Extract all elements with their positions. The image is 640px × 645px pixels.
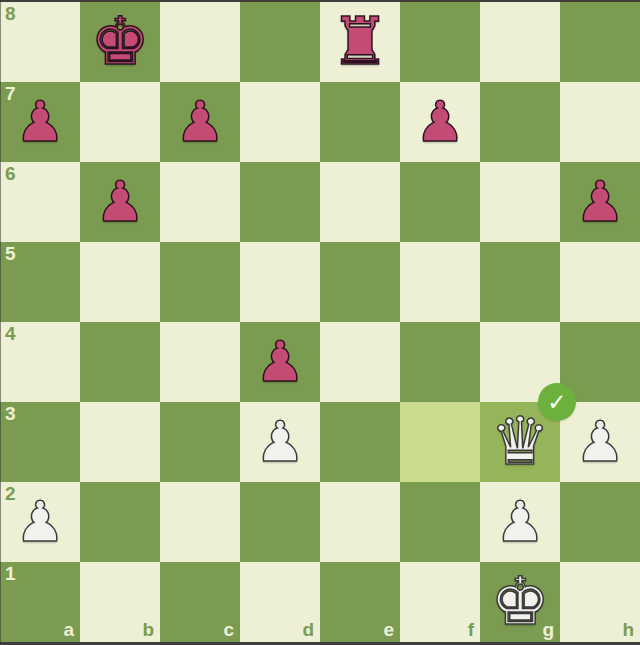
square-d5[interactable] [240,242,320,322]
square-b8[interactable]: ♚ [80,2,160,82]
file-label-e: e [383,620,394,639]
square-g1[interactable]: g♚ [480,562,560,642]
square-h6[interactable]: ♟ [560,162,640,242]
correct-move-badge: ✓ [538,383,576,421]
square-c1[interactable]: c [160,562,240,642]
square-d3[interactable]: ♟ [240,402,320,482]
square-e3[interactable] [320,402,400,482]
square-d4[interactable]: ♟ [240,322,320,402]
piece-black-pawn-f7[interactable]: ♟ [400,82,480,162]
rank-label-1: 1 [5,564,16,585]
square-c2[interactable] [160,482,240,562]
square-d7[interactable] [240,82,320,162]
piece-black-rook-e8[interactable]: ♜ [320,2,400,82]
square-b4[interactable] [80,322,160,402]
square-f1[interactable]: f [400,562,480,642]
square-h8[interactable] [560,2,640,82]
board-frame: 8♚♜7♟♟♟6♟♟54♟3♟♛✓♟2♟♟1abcdefg♚h [0,0,640,645]
square-e4[interactable] [320,322,400,402]
file-label-f: f [468,620,474,639]
square-a8[interactable]: 8 [0,2,80,82]
square-h5[interactable] [560,242,640,322]
square-a5[interactable]: 5 [0,242,80,322]
square-e5[interactable] [320,242,400,322]
square-a6[interactable]: 6 [0,162,80,242]
square-g2[interactable]: ♟ [480,482,560,562]
checkmark-icon: ✓ [547,391,566,414]
square-b2[interactable] [80,482,160,562]
square-a1[interactable]: 1a [0,562,80,642]
square-h7[interactable] [560,82,640,162]
square-e8[interactable]: ♜ [320,2,400,82]
file-label-h: h [622,620,634,639]
square-e2[interactable] [320,482,400,562]
piece-black-pawn-b6[interactable]: ♟ [80,162,160,242]
square-a2[interactable]: 2♟ [0,482,80,562]
square-b1[interactable]: b [80,562,160,642]
square-e1[interactable]: e [320,562,400,642]
square-f6[interactable] [400,162,480,242]
piece-black-pawn-a7[interactable]: ♟ [0,82,80,162]
square-b6[interactable]: ♟ [80,162,160,242]
rank-label-6: 6 [5,164,16,185]
board-left-edge [0,0,1,645]
square-f3[interactable] [400,402,480,482]
square-f4[interactable] [400,322,480,402]
square-c7[interactable]: ♟ [160,82,240,162]
square-c8[interactable] [160,2,240,82]
file-label-a: a [63,620,74,639]
rank-label-3: 3 [5,404,16,425]
piece-white-pawn-a2[interactable]: ♟ [0,482,80,562]
square-g8[interactable] [480,2,560,82]
square-d8[interactable] [240,2,320,82]
square-d2[interactable] [240,482,320,562]
square-g7[interactable] [480,82,560,162]
piece-black-pawn-h6[interactable]: ♟ [560,162,640,242]
chess-board: 8♚♜7♟♟♟6♟♟54♟3♟♛✓♟2♟♟1abcdefg♚h [0,2,640,642]
piece-black-pawn-c7[interactable]: ♟ [160,82,240,162]
square-c5[interactable] [160,242,240,322]
square-h3[interactable]: ♟ [560,402,640,482]
piece-white-king-g1[interactable]: ♚ [480,562,560,642]
square-g6[interactable] [480,162,560,242]
piece-white-pawn-g2[interactable]: ♟ [480,482,560,562]
piece-white-pawn-h3[interactable]: ♟ [560,402,640,482]
rank-label-5: 5 [5,244,16,265]
square-b3[interactable] [80,402,160,482]
file-label-c: c [223,620,234,639]
file-label-d: d [302,620,314,639]
piece-black-king-b8[interactable]: ♚ [80,2,160,82]
file-label-b: b [142,620,154,639]
square-g3[interactable]: ♛✓ [480,402,560,482]
square-d6[interactable] [240,162,320,242]
square-a7[interactable]: 7♟ [0,82,80,162]
square-h1[interactable]: h [560,562,640,642]
rank-label-8: 8 [5,4,16,25]
square-f8[interactable] [400,2,480,82]
square-b5[interactable] [80,242,160,322]
square-a3[interactable]: 3 [0,402,80,482]
square-g5[interactable] [480,242,560,322]
square-f2[interactable] [400,482,480,562]
rank-label-4: 4 [5,324,16,345]
square-d1[interactable]: d [240,562,320,642]
square-c6[interactable] [160,162,240,242]
square-f5[interactable] [400,242,480,322]
square-h2[interactable] [560,482,640,562]
square-e6[interactable] [320,162,400,242]
piece-white-pawn-d3[interactable]: ♟ [240,402,320,482]
square-b7[interactable] [80,82,160,162]
square-c3[interactable] [160,402,240,482]
square-a4[interactable]: 4 [0,322,80,402]
square-f7[interactable]: ♟ [400,82,480,162]
square-e7[interactable] [320,82,400,162]
piece-black-pawn-d4[interactable]: ♟ [240,322,320,402]
square-c4[interactable] [160,322,240,402]
